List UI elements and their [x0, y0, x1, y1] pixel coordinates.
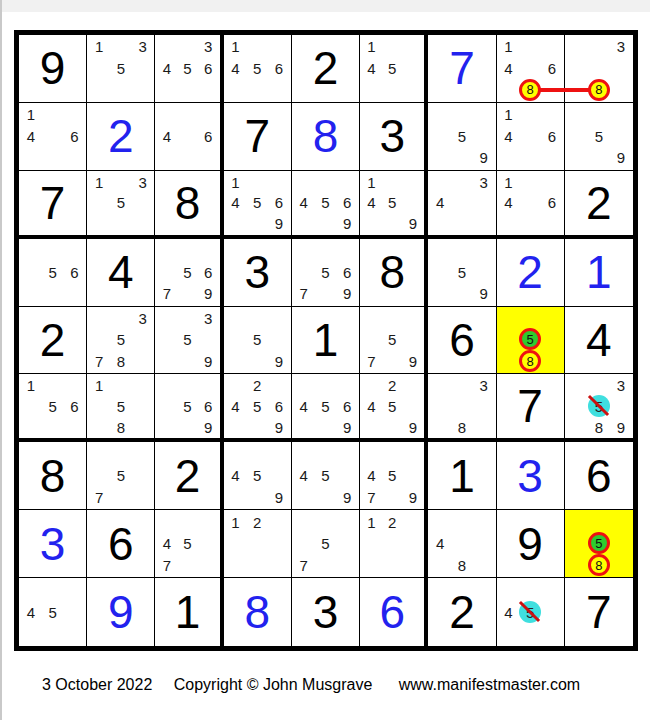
pencil-slot-8 — [382, 487, 403, 509]
pencil-slot-6: 6 — [268, 58, 290, 80]
pencil-slot-9 — [268, 79, 290, 101]
candidate-6: 6 — [70, 128, 78, 145]
pencil-slot-4 — [88, 329, 110, 351]
pencil-slot-5: 5 — [382, 58, 403, 80]
pencil-slot-7 — [566, 554, 588, 576]
cell-r5c3[interactable]: 359 — [155, 307, 223, 375]
candidate-9: 9 — [343, 285, 351, 302]
cell-r1c1[interactable]: 9 — [19, 35, 87, 103]
pencil-slot-4 — [156, 396, 177, 417]
candidate-4: 4 — [231, 467, 239, 484]
candidate-8: 8 — [595, 419, 603, 436]
pencil-slot-4: 4 — [361, 192, 382, 213]
candidate-5: 5 — [388, 194, 396, 211]
pencil-slot-1 — [156, 240, 177, 262]
pencil-slot-9: 9 — [268, 417, 290, 438]
cell-r9c5[interactable]: 3 — [292, 578, 360, 646]
cell-r4c7[interactable]: 59 — [428, 239, 496, 307]
cell-r7c6[interactable]: 4579 — [360, 442, 428, 510]
candidate-1: 1 — [95, 38, 103, 55]
pencil-slot-4 — [566, 532, 588, 554]
pencil-slot-4: 4 — [225, 396, 247, 417]
cell-r6c3[interactable]: 569 — [155, 374, 223, 442]
pencil-slot-8 — [246, 554, 268, 576]
candidate-8: 8 — [458, 419, 466, 436]
cell-r9c3[interactable]: 1 — [155, 578, 223, 646]
pencil-slot-9: 9 — [198, 283, 219, 305]
pencil-slot-6: 6 — [541, 57, 563, 78]
given-digit: 7 — [517, 383, 543, 429]
cell-r1c3[interactable]: 3456 — [155, 35, 223, 103]
pencil-marks: 457 — [156, 511, 218, 576]
pencil-slot-3 — [63, 104, 85, 126]
pencil-slot-3 — [132, 443, 154, 465]
sudoku-board: 9135345614562145714683814624678359146597… — [14, 30, 638, 651]
pencil-slot-2 — [382, 36, 403, 58]
cell-r3c9[interactable]: 2 — [565, 171, 633, 239]
cell-r9c7[interactable]: 2 — [428, 578, 496, 646]
pencil-slot-2 — [451, 104, 473, 126]
pencil-slot-2 — [451, 172, 473, 193]
pencil-slot-8 — [382, 351, 403, 373]
pencil-slot-4: 4 — [225, 465, 247, 487]
candidate-9: 9 — [275, 215, 283, 232]
cell-r4c4[interactable]: 3 — [224, 239, 292, 307]
pencil-slot-9: 9 — [403, 213, 424, 234]
candidate-4: 4 — [231, 398, 239, 415]
cell-r8c3[interactable]: 457 — [155, 510, 223, 578]
candidate-6: 6 — [204, 60, 212, 77]
cell-r7c5[interactable]: 459 — [292, 442, 360, 510]
pencil-slot-9 — [541, 147, 563, 169]
cell-r3c2[interactable]: 135 — [87, 171, 155, 239]
cell-r5c1[interactable]: 2 — [19, 307, 87, 375]
given-digit: 7 — [40, 180, 66, 226]
pencil-slot-5 — [42, 126, 64, 148]
given-digit: 9 — [40, 45, 66, 91]
candidate-3: 3 — [617, 377, 625, 394]
cell-r2c5[interactable]: 8 — [292, 103, 360, 171]
pencil-slot-2: 2 — [382, 511, 403, 533]
cell-r8c5[interactable]: 57 — [292, 510, 360, 578]
pencil-slot-8 — [177, 283, 198, 305]
candidate-5: 5 — [321, 264, 329, 281]
pencil-slot-1: 1 — [88, 36, 110, 58]
cell-r2c3[interactable]: 46 — [155, 103, 223, 171]
pencil-slot-9: 9 — [268, 487, 290, 509]
pencil-slot-3: 3 — [610, 36, 632, 57]
pencil-marks: 359 — [156, 308, 218, 373]
cell-r6c1[interactable]: 156 — [19, 374, 87, 442]
pencil-slot-2 — [110, 308, 132, 330]
pencil-slot-1 — [293, 172, 315, 193]
cell-r8c7[interactable]: 48 — [428, 510, 496, 578]
candidate-3: 3 — [204, 310, 212, 327]
cell-r5c6[interactable]: 579 — [360, 307, 428, 375]
cell-r5c4[interactable]: 59 — [224, 307, 292, 375]
cell-r9c1[interactable]: 45 — [19, 578, 87, 646]
pencil-slot-5: 5 — [382, 329, 403, 351]
window-left-edge — [0, 0, 2, 720]
pencil-slot-5: 5 — [315, 396, 337, 417]
pencil-slot-8 — [110, 487, 132, 509]
pencil-marks: 14569 — [225, 172, 290, 234]
pencil-slot-3: 3 — [132, 36, 154, 58]
cell-r1c4[interactable]: 1456 — [224, 35, 292, 103]
pencil-slot-7 — [225, 79, 247, 101]
pencil-slot-8 — [177, 351, 198, 373]
candidate-1: 1 — [95, 377, 103, 394]
cell-r6c8[interactable]: 7 — [497, 374, 565, 442]
cell-r6c4[interactable]: 24569 — [224, 374, 292, 442]
candidate-5: 5 — [321, 194, 329, 211]
cell-r4c3[interactable]: 5679 — [155, 239, 223, 307]
pencil-slot-8 — [246, 351, 268, 373]
yellow-circled-candidate-8: 8 — [588, 554, 610, 576]
cell-r5c7[interactable]: 6 — [428, 307, 496, 375]
eliminated-candidate-5: 5 — [588, 395, 610, 417]
cell-r3c8[interactable]: 146 — [497, 171, 565, 239]
candidate-6: 6 — [548, 128, 556, 145]
pencil-slot-2 — [177, 36, 198, 58]
pencil-slot-8 — [246, 213, 268, 234]
pencil-slot-9 — [541, 213, 563, 234]
cell-r3c6[interactable]: 1459 — [360, 171, 428, 239]
pencil-slot-4 — [566, 126, 588, 148]
solved-digit: 2 — [517, 249, 543, 295]
pencil-slot-2 — [110, 443, 132, 465]
pencil-slot-6: 6 — [198, 261, 219, 283]
given-digit: 4 — [108, 249, 134, 295]
pencil-slot-4 — [88, 396, 110, 417]
cell-r6c5[interactable]: 4569 — [292, 374, 360, 442]
candidate-5: 5 — [388, 467, 396, 484]
pencil-slot-7: 7 — [88, 351, 110, 373]
cell-r5c2[interactable]: 3578 — [87, 307, 155, 375]
pencil-marks: 57 — [293, 511, 358, 576]
pencil-slot-8: 8 — [588, 417, 610, 437]
pencil-slot-6 — [132, 465, 154, 487]
pencil-slot-1 — [498, 308, 520, 329]
pencil-slot-5: 5 — [451, 261, 473, 283]
candidate-3: 3 — [138, 310, 146, 327]
pencil-slot-1 — [156, 308, 177, 330]
cell-r3c4[interactable]: 14569 — [224, 171, 292, 239]
pencil-slot-4 — [429, 261, 451, 283]
pencil-slot-9 — [63, 283, 85, 305]
cell-r3c3[interactable]: 8 — [155, 171, 223, 239]
pencil-slot-8 — [177, 554, 198, 576]
pencil-slot-5: 5 — [315, 192, 337, 213]
cell-r4c2[interactable]: 4 — [87, 239, 155, 307]
cell-r6c7[interactable]: 38 — [428, 374, 496, 442]
cell-r1c5[interactable]: 2 — [292, 35, 360, 103]
pencil-slot-3 — [541, 308, 563, 329]
pencil-slot-4 — [88, 58, 110, 80]
cell-r5c8[interactable]: 58 — [497, 307, 565, 375]
cell-r6c2[interactable]: 158 — [87, 374, 155, 442]
pencil-slot-3 — [198, 511, 219, 533]
cell-r6c9[interactable]: 3589 — [565, 374, 633, 442]
cell-r2c1[interactable]: 146 — [19, 103, 87, 171]
pencil-slot-7: 7 — [156, 283, 177, 305]
cell-r7c4[interactable]: 459 — [224, 442, 292, 510]
given-digit: 3 — [244, 249, 270, 295]
candidate-1: 1 — [367, 38, 375, 55]
cell-r3c1[interactable]: 7 — [19, 171, 87, 239]
cell-r4c1[interactable]: 56 — [19, 239, 87, 307]
given-digit: 2 — [40, 317, 66, 363]
pencil-slot-4 — [566, 57, 588, 78]
pencil-slot-4: 4 — [156, 126, 177, 148]
footer-website: www.manifestmaster.com — [399, 676, 580, 693]
pencil-slot-8 — [315, 283, 337, 305]
candidate-2: 2 — [388, 377, 396, 394]
candidate-5: 5 — [253, 467, 261, 484]
pencil-slot-6: 6 — [198, 126, 219, 148]
candidate-4: 4 — [504, 194, 512, 211]
candidate-5: 5 — [48, 264, 56, 281]
candidate-6: 6 — [275, 398, 283, 415]
pencil-slot-3 — [403, 308, 424, 330]
pencil-slot-4: 4 — [225, 192, 247, 213]
candidate-5: 5 — [388, 331, 396, 348]
pencil-slot-7 — [429, 417, 451, 438]
candidate-8: 8 — [117, 419, 125, 436]
pencil-slot-7 — [429, 213, 451, 234]
pencil-slot-8: 8 — [588, 554, 610, 576]
candidate-1: 1 — [27, 106, 35, 123]
pencil-slot-4: 4 — [498, 57, 520, 78]
pencil-marks: 145 — [361, 36, 423, 101]
cell-r7c8[interactable]: 3 — [497, 442, 565, 510]
cell-r1c6[interactable]: 145 — [360, 35, 428, 103]
candidate-5: 5 — [253, 194, 261, 211]
pencil-slot-4: 4 — [498, 601, 520, 623]
cell-r6c6[interactable]: 2459 — [360, 374, 428, 442]
pencil-slot-3 — [610, 511, 632, 532]
cell-r4c6[interactable]: 8 — [360, 239, 428, 307]
candidate-9: 9 — [204, 353, 212, 370]
pencil-slot-4 — [20, 396, 42, 417]
pencil-slot-9 — [132, 213, 154, 234]
pencil-slot-8 — [177, 417, 198, 438]
pencil-slot-1 — [429, 104, 451, 126]
candidate-1: 1 — [367, 514, 375, 531]
pencil-slot-5 — [246, 533, 268, 555]
candidate-6: 6 — [275, 194, 283, 211]
pencil-slot-3 — [132, 375, 154, 396]
pencil-slot-9: 9 — [610, 147, 632, 169]
pencil-slot-2 — [519, 308, 541, 329]
pencil-slot-4 — [88, 192, 110, 213]
candidate-7: 7 — [367, 489, 375, 506]
pencil-slot-6 — [132, 58, 154, 80]
pencil-slot-7 — [361, 554, 382, 576]
pencil-slot-2 — [246, 443, 268, 465]
pencil-slot-4 — [566, 395, 588, 417]
cell-r9c9[interactable]: 7 — [565, 578, 633, 646]
candidate-7: 7 — [300, 285, 308, 302]
pencil-slot-4 — [293, 261, 315, 283]
cell-r8c2[interactable]: 6 — [87, 510, 155, 578]
green-circled-candidate-5: 5 — [588, 532, 610, 554]
cell-r8c4[interactable]: 12 — [224, 510, 292, 578]
candidate-9: 9 — [480, 285, 488, 302]
pencil-slot-5: 5 — [451, 126, 473, 148]
pencil-slot-4: 4 — [225, 58, 247, 80]
pencil-slot-7 — [225, 417, 247, 438]
candidate-3: 3 — [617, 38, 625, 55]
pencil-marks: 459 — [225, 443, 290, 508]
candidate-6: 6 — [343, 194, 351, 211]
cell-r5c5[interactable]: 1 — [292, 307, 360, 375]
pencil-slot-7 — [566, 147, 588, 169]
cell-r2c9[interactable]: 59 — [565, 103, 633, 171]
candidate-3: 3 — [480, 174, 488, 191]
pencil-slot-3: 3 — [198, 308, 219, 330]
cell-r4c8[interactable]: 2 — [497, 239, 565, 307]
pencil-slot-9: 9 — [403, 351, 424, 373]
pencil-slot-7 — [361, 79, 382, 101]
cell-r1c8[interactable]: 1468 — [497, 35, 565, 103]
candidate-2: 2 — [253, 514, 261, 531]
candidate-5: 5 — [458, 264, 466, 281]
yellow-circled-candidate-8: 8 — [519, 79, 541, 101]
candidate-4: 4 — [367, 60, 375, 77]
cell-r8c8[interactable]: 9 — [497, 510, 565, 578]
pencil-slot-9 — [403, 554, 424, 576]
pencil-marks: 2459 — [361, 375, 423, 437]
yellow-circled-candidate-8: 8 — [588, 79, 610, 101]
pencil-slot-1: 1 — [361, 36, 382, 58]
candidate-5: 5 — [458, 128, 466, 145]
cell-r9c8[interactable]: 45 — [497, 578, 565, 646]
pencil-slot-2 — [42, 579, 64, 601]
cell-r7c1[interactable]: 8 — [19, 442, 87, 510]
pencil-slot-8 — [246, 417, 268, 438]
cell-r2c4[interactable]: 7 — [224, 103, 292, 171]
cell-r2c2[interactable]: 2 — [87, 103, 155, 171]
candidate-5: 5 — [48, 398, 56, 415]
cell-r2c8[interactable]: 146 — [497, 103, 565, 171]
candidate-5: 5 — [183, 60, 191, 77]
cell-r7c2[interactable]: 57 — [87, 442, 155, 510]
pencil-marks: 146 — [20, 104, 85, 169]
candidate-4: 4 — [504, 128, 512, 145]
pencil-slot-4: 4 — [156, 533, 177, 555]
candidate-4: 4 — [163, 535, 171, 552]
pencil-slot-5 — [519, 126, 541, 148]
pencil-slot-8 — [451, 213, 473, 234]
solved-digit: 3 — [517, 453, 543, 499]
cell-r1c2[interactable]: 135 — [87, 35, 155, 103]
cell-r9c2[interactable]: 9 — [87, 578, 155, 646]
pencil-slot-3 — [336, 443, 358, 465]
pencil-slot-6 — [473, 533, 495, 555]
solved-digit: 3 — [40, 521, 66, 567]
pencil-slot-5: 5 — [42, 396, 64, 417]
pencil-slot-3 — [541, 172, 563, 193]
cell-r3c7[interactable]: 34 — [428, 171, 496, 239]
pencil-slot-1: 1 — [498, 36, 520, 57]
cell-r2c7[interactable]: 59 — [428, 103, 496, 171]
elimination-slash-icon — [588, 395, 609, 416]
candidate-9: 9 — [343, 489, 351, 506]
given-digit: 7 — [244, 113, 270, 159]
pencil-slot-1: 1 — [225, 172, 247, 193]
pencil-slot-4 — [293, 533, 315, 555]
pencil-marks: 4569 — [293, 172, 358, 234]
cell-r4c9[interactable]: 1 — [565, 239, 633, 307]
pencil-slot-2 — [110, 36, 132, 58]
cell-r1c9[interactable]: 38 — [565, 35, 633, 103]
eliminated-candidate-5: 5 — [519, 601, 541, 623]
pencil-slot-3: 3 — [473, 172, 495, 193]
pencil-slot-2 — [177, 308, 198, 330]
cell-r5c9[interactable]: 4 — [565, 307, 633, 375]
candidate-5: 5 — [253, 398, 261, 415]
candidate-3: 3 — [480, 377, 488, 394]
pencil-slot-5 — [451, 192, 473, 213]
cell-r8c1[interactable]: 3 — [19, 510, 87, 578]
candidate-6: 6 — [204, 264, 212, 281]
pencil-slot-9: 9 — [336, 487, 358, 509]
pencil-slot-2 — [315, 511, 337, 533]
cell-r7c3[interactable]: 2 — [155, 442, 223, 510]
cell-r7c9[interactable]: 6 — [565, 442, 633, 510]
pencil-slot-5 — [177, 126, 198, 148]
pencil-marks: 156 — [20, 375, 85, 437]
pencil-slot-1: 1 — [20, 104, 42, 126]
pencil-slot-9 — [198, 147, 219, 169]
pencil-slot-9 — [610, 554, 632, 576]
pencil-slot-7 — [20, 147, 42, 169]
pencil-slot-3 — [198, 104, 219, 126]
candidate-5: 5 — [183, 535, 191, 552]
pencil-slot-5: 5 — [246, 192, 268, 213]
cell-r1c7[interactable]: 7 — [428, 35, 496, 103]
pencil-slot-9: 9 — [336, 283, 358, 305]
pencil-slot-8 — [382, 417, 403, 438]
cell-r9c4[interactable]: 8 — [224, 578, 292, 646]
pencil-slot-5: 5 — [246, 58, 268, 80]
pencil-slot-4: 4 — [498, 192, 520, 213]
cell-r7c7[interactable]: 1 — [428, 442, 496, 510]
pencil-slot-5: 5 — [519, 328, 541, 350]
cell-r9c6[interactable]: 6 — [360, 578, 428, 646]
cell-r8c6[interactable]: 12 — [360, 510, 428, 578]
pencil-slot-9 — [268, 554, 290, 576]
pencil-slot-7 — [225, 351, 247, 373]
pencil-slot-4 — [156, 261, 177, 283]
candidate-9: 9 — [275, 489, 283, 506]
pencil-slot-9 — [473, 417, 495, 438]
pencil-marks: 59 — [566, 104, 632, 169]
cell-r8c9[interactable]: 58 — [565, 510, 633, 578]
given-digit: 8 — [379, 249, 405, 295]
pencil-slot-2 — [519, 36, 541, 57]
cell-r3c5[interactable]: 4569 — [292, 171, 360, 239]
pencil-marks: 5679 — [156, 240, 218, 305]
cell-r2c6[interactable]: 3 — [360, 103, 428, 171]
pencil-slot-3: 3 — [198, 36, 219, 58]
pencil-slot-3 — [268, 511, 290, 533]
candidate-2: 2 — [253, 377, 261, 394]
cell-r4c5[interactable]: 5679 — [292, 239, 360, 307]
pencil-slot-5 — [451, 396, 473, 417]
pencil-slot-6 — [473, 192, 495, 213]
